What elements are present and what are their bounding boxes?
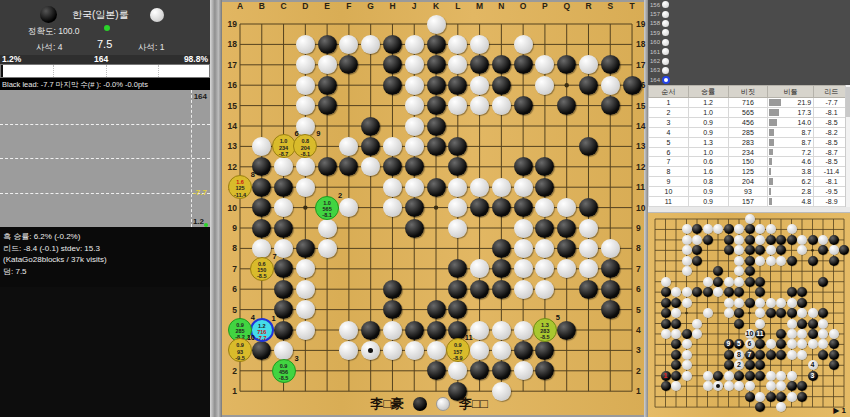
stone-E15[interactable]: [318, 96, 337, 115]
rules-label: 한국(일본)룰: [72, 8, 129, 22]
stone-L11[interactable]: [448, 178, 467, 197]
stone-D18[interactable]: [296, 35, 315, 54]
mini-stone-L4: [755, 371, 765, 381]
stone-N3[interactable]: [492, 341, 511, 360]
move-list-item-162[interactable]: 162: [648, 56, 850, 65]
stone-K5[interactable]: [427, 300, 446, 319]
mini-stone-K6: 7: [745, 350, 755, 360]
move-list-item-160[interactable]: 160: [648, 38, 850, 47]
lead-status-line: Black lead: -7.7 마지막 수(# ): -0.0% -0.0pt…: [0, 78, 210, 90]
mini-stone-M16: [766, 245, 776, 255]
col-label: A: [235, 1, 245, 11]
mini-stone-E15: [692, 256, 702, 266]
info-engine: (KataGo28blocks / 37k visits): [3, 254, 207, 266]
mini-stone-P10: [797, 308, 807, 318]
table-row[interactable]: 90.8204 6.2 -8.1: [649, 177, 850, 187]
stone-H16[interactable]: [383, 76, 402, 95]
mini-stone-Q8: [808, 329, 818, 339]
col-label: R: [583, 1, 593, 11]
stone-O10[interactable]: [514, 198, 533, 217]
mini-stone-O15: [787, 256, 797, 266]
mini-stone-K16: [745, 245, 755, 255]
stone-M16[interactable]: [470, 76, 489, 95]
black-winrate-sliver: [1, 65, 3, 77]
col-label: S: [605, 1, 615, 11]
mini-stone-H3: [724, 381, 734, 391]
stone-C4[interactable]: [274, 321, 293, 340]
table-header[interactable]: 순서: [649, 86, 689, 98]
table-header[interactable]: 비율: [768, 86, 814, 98]
mini-stone-L6: [755, 350, 765, 360]
table-row[interactable]: 110.9157 4.8 -8.9: [649, 196, 850, 206]
table-row[interactable]: 61.0234 7.2 -8.7: [649, 147, 850, 157]
stone-K15[interactable]: [427, 96, 446, 115]
stone-O2[interactable]: [514, 361, 533, 380]
mini-stone-P11: [797, 298, 807, 308]
move-stone-icon: [662, 67, 669, 74]
stone-P11[interactable]: [535, 178, 554, 197]
mini-stone-S7: [829, 339, 839, 349]
mini-stone-L10: [755, 308, 765, 318]
row-label: 17: [223, 60, 237, 70]
stone-K2[interactable]: [427, 361, 446, 380]
mini-stone-O18: [787, 224, 797, 234]
table-row[interactable]: 81.6125 3.8 -11.4: [649, 167, 850, 177]
mini-stone-J13: [734, 277, 744, 287]
row-label: 12: [223, 162, 237, 172]
stone-R16[interactable]: [579, 76, 598, 95]
stone-D17[interactable]: [296, 55, 315, 74]
mini-stone-P9: [797, 319, 807, 329]
mini-stone-H5: [724, 360, 734, 370]
stone-R8[interactable]: [579, 239, 598, 258]
stone-S17[interactable]: [601, 55, 620, 74]
mini-stone-M7: [766, 339, 776, 349]
row-label: 15: [223, 101, 237, 111]
mini-stone-L15: [755, 256, 765, 266]
black-player-name: 李□豪: [370, 395, 404, 413]
mini-stone-D11: [682, 298, 692, 308]
stone-J15[interactable]: [405, 96, 424, 115]
mini-stone-S8: [829, 329, 839, 339]
stone-O12[interactable]: [514, 157, 533, 176]
mini-stone-J15: [734, 256, 744, 266]
stone-N16[interactable]: [492, 76, 511, 95]
stone-M11[interactable]: [470, 178, 489, 197]
table-row[interactable]: 51.3283 8.7 -8.5: [649, 137, 850, 147]
mini-stone-M17: [766, 235, 776, 245]
stone-M4[interactable]: [470, 321, 489, 340]
mini-stone-B8: [661, 329, 671, 339]
stone-H18[interactable]: [383, 35, 402, 54]
mini-stone-E9: [692, 319, 702, 329]
candidate-move-D13[interactable]: 9 0.8 204 -8.1: [293, 134, 317, 158]
col-label: G: [366, 1, 376, 11]
mini-stone-G4: [713, 371, 723, 381]
stone-P16[interactable]: [535, 76, 554, 95]
stone-Q9[interactable]: [557, 219, 576, 238]
winrate-strip: 1.2% 164 98.8%: [0, 55, 210, 64]
stone-C5[interactable]: [274, 300, 293, 319]
mini-stone-H18: [724, 224, 734, 234]
stone-N6[interactable]: [492, 280, 511, 299]
stone-K14[interactable]: [427, 117, 446, 136]
mini-stone-N2: [776, 392, 786, 402]
mini-stone-O6: [787, 350, 797, 360]
left-panel: 한국(일본)룰 정확도: 100.0 사석: 4 7.5 사석: 1 1.2% …: [0, 0, 210, 417]
stone-J3[interactable]: [405, 341, 424, 360]
stone-O15[interactable]: [514, 96, 533, 115]
mini-stone-J9: [734, 319, 744, 329]
stone-K11[interactable]: [427, 178, 446, 197]
table-header[interactable]: 승률: [688, 86, 728, 98]
graph-lead-label: -7.7: [193, 188, 207, 197]
stone-L16[interactable]: [448, 76, 467, 95]
mini-stone-K4: [745, 371, 755, 381]
mini-stone-N10: [776, 308, 786, 318]
mini-stone-N8: [776, 329, 786, 339]
stone-O6[interactable]: [514, 280, 533, 299]
stone-G14[interactable]: [361, 117, 380, 136]
stone-S16[interactable]: [601, 76, 620, 95]
stone-K19[interactable]: [427, 15, 446, 34]
col-label: H: [387, 1, 397, 11]
info-winrate: 흑 승률: 6.2% (-0.2%): [3, 231, 207, 243]
stone-O9[interactable]: [514, 219, 533, 238]
stone-F4[interactable]: [339, 321, 358, 340]
mini-stone-P17: [797, 235, 807, 245]
row-label: 2: [223, 366, 237, 376]
mini-stone-K3: [745, 381, 755, 391]
mini-stone-K14: [745, 266, 755, 276]
mini-stone-M3: [766, 381, 776, 391]
stone-K17[interactable]: [427, 55, 446, 74]
mini-stone-L11: [755, 298, 765, 308]
mini-stone-J4: [734, 371, 744, 381]
candidate-move-L3[interactable]: 11 0.9 157 -8.9: [446, 338, 470, 362]
stone-M6[interactable]: [470, 280, 489, 299]
stone-S8[interactable]: [601, 239, 620, 258]
stone-H11[interactable]: [383, 178, 402, 197]
mini-stone-C10: [671, 308, 681, 318]
stone-D16[interactable]: [296, 76, 315, 95]
move-list[interactable]: 156 157 158 159 160 161 162 163 164: [648, 0, 850, 85]
row-label: 14: [223, 121, 237, 131]
col-label: Q: [562, 1, 572, 11]
stone-B11[interactable]: [252, 178, 271, 197]
move-stone-icon: [662, 29, 669, 36]
mini-stone-O4: [787, 371, 797, 381]
mini-stone-D12: [682, 287, 692, 297]
mini-stone-M10: [766, 308, 776, 318]
stone-J4[interactable]: [405, 321, 424, 340]
col-label: C: [279, 1, 289, 11]
stone-S7[interactable]: [601, 259, 620, 278]
mini-stone-G13: [713, 277, 723, 287]
stone-O17[interactable]: [514, 55, 533, 74]
stone-J9[interactable]: [405, 219, 424, 238]
stone-D6[interactable]: [296, 280, 315, 299]
mini-stone-K5: [745, 360, 755, 370]
mini-stone-D18: [682, 224, 692, 234]
table-row[interactable]: 70.6150 4.6 -8.5: [649, 157, 850, 167]
move-stone-icon: [662, 11, 669, 18]
main-board[interactable]: ABCDEFGHJKLMNOPQRST112233445566778899101…: [210, 0, 648, 417]
stone-K13[interactable]: [427, 137, 446, 156]
stone-D12[interactable]: [296, 157, 315, 176]
table-row[interactable]: 11.2716 21.9 -7.7: [649, 98, 850, 108]
col-label: E: [322, 1, 332, 11]
graph-cursor-line: [191, 90, 192, 227]
stone-N8[interactable]: [492, 239, 511, 258]
move-list-item-159[interactable]: 159: [648, 28, 850, 37]
mini-stone-J17: [734, 235, 744, 245]
stone-B9[interactable]: [252, 219, 271, 238]
mini-stone-H17: [724, 235, 734, 245]
stone-G13[interactable]: [361, 137, 380, 156]
mini-stone-R17: [818, 235, 828, 245]
accuracy-label: 정확도: 100.0: [28, 26, 80, 38]
stone-C10[interactable]: [274, 198, 293, 217]
stone-L9[interactable]: [448, 219, 467, 238]
move-list-item-156[interactable]: 156: [648, 0, 850, 9]
table-row[interactable]: 40.9285 8.7 -8.2: [649, 127, 850, 137]
mini-stone-D15: [682, 256, 692, 266]
mini-stone-M11: [766, 298, 776, 308]
move-list-item-158[interactable]: 158: [648, 19, 850, 28]
table-row[interactable]: 100.993 2.8 -9.5: [649, 187, 850, 197]
stone-J10[interactable]: [405, 198, 424, 217]
stone-D15[interactable]: [296, 96, 315, 115]
mini-stone-D16: [682, 245, 692, 255]
white-winrate: 98.8%: [184, 54, 208, 64]
stone-D11[interactable]: [296, 178, 315, 197]
mini-stone-F12: [703, 287, 713, 297]
candidate-moves-table[interactable]: 순서승률비짓비율리드 11.2716 21.9 -7.7 21.0565 17.…: [648, 85, 850, 207]
stone-E18[interactable]: [318, 35, 337, 54]
mini-stone-L17: [755, 235, 765, 245]
mini-stone-M4: [766, 371, 776, 381]
mini-stone-M2: [766, 392, 776, 402]
player-info-header: 한국(일본)룰 정확도: 100.0 사석: 4 7.5 사석: 1: [0, 0, 210, 55]
stone-Q8[interactable]: [557, 239, 576, 258]
stone-C8[interactable]: [274, 239, 293, 258]
stone-O3[interactable]: [514, 341, 533, 360]
candidate-move-C13[interactable]: 6 1.0 234 -8.7: [272, 134, 296, 158]
move-list-item-163[interactable]: 163: [648, 66, 850, 75]
candidate-move-B7[interactable]: 7 0.6 150 -8.5: [250, 257, 274, 281]
mini-stone-S16: [829, 245, 839, 255]
stone-Q4[interactable]: [557, 321, 576, 340]
stone-S5[interactable]: [601, 300, 620, 319]
stone-H13[interactable]: [383, 137, 402, 156]
mini-stone-D17: [682, 235, 692, 245]
mini-stone-H4: [724, 371, 734, 381]
stone-D7[interactable]: [296, 259, 315, 278]
stone-R13[interactable]: [579, 137, 598, 156]
stone-J17[interactable]: [405, 55, 424, 74]
winrate-graph[interactable]: 164 -7.7 1.2: [0, 90, 210, 227]
stone-G4[interactable]: [361, 321, 380, 340]
stone-E9[interactable]: [318, 219, 337, 238]
stone-N10[interactable]: [492, 198, 511, 217]
stone-H4[interactable]: [383, 321, 402, 340]
mini-stone-F18: [703, 224, 713, 234]
mini-stone-B13: [661, 277, 671, 287]
row-label: 8: [223, 243, 237, 253]
mini-stone-S17: [829, 235, 839, 245]
col-label: L: [453, 1, 463, 11]
stone-J14[interactable]: [405, 117, 424, 136]
col-label: O: [518, 1, 528, 11]
white-captures-label: 사석: 1: [138, 42, 164, 54]
stone-O7[interactable]: [514, 259, 533, 278]
stone-K18[interactable]: [427, 35, 446, 54]
candidate-move-C2[interactable]: 3 0.9 456 -8.5: [272, 359, 296, 383]
mini-stone-K15: [745, 256, 755, 266]
stone-K4[interactable]: [427, 321, 446, 340]
stone-L6[interactable]: [448, 280, 467, 299]
col-label: D: [300, 1, 310, 11]
stone-D4[interactable]: [296, 321, 315, 340]
stone-D14[interactable]: [296, 117, 315, 136]
move-list-item-164[interactable]: 164: [648, 75, 850, 84]
mini-stone-K8: 10: [745, 329, 755, 339]
mini-stone-K7: 6: [745, 339, 755, 349]
table-header[interactable]: 비짓: [728, 86, 768, 98]
stone-O8[interactable]: [514, 239, 533, 258]
candidate-move-P4[interactable]: 5 1.3 283 -8.5: [533, 318, 557, 342]
stone-N4[interactable]: [492, 321, 511, 340]
stone-H3[interactable]: [383, 341, 402, 360]
move-stone-icon: [662, 20, 669, 27]
mini-stone-P8: [797, 329, 807, 339]
mini-stone-H11: [724, 298, 734, 308]
mini-stone-B11: [661, 298, 671, 308]
stone-M3[interactable]: [470, 341, 489, 360]
mini-stone-E8: [692, 329, 702, 339]
stone-E16[interactable]: [318, 76, 337, 95]
winrate-bar[interactable]: [0, 64, 210, 78]
mini-stone-M18: [766, 224, 776, 234]
stone-H5[interactable]: [383, 300, 402, 319]
stone-S6[interactable]: [601, 280, 620, 299]
move-list-item-157[interactable]: 157: [648, 9, 850, 18]
stone-M18[interactable]: [470, 35, 489, 54]
black-player-stone-icon: [413, 397, 427, 411]
info-komi: 덤: 7.5: [3, 266, 207, 278]
stone-E12[interactable]: [318, 157, 337, 176]
mini-stone-F4: [703, 371, 713, 381]
mini-stone-B12: [661, 287, 671, 297]
candidate-move-A11[interactable]: 8 1.6 125 -11.4: [228, 175, 252, 199]
candidate-move-A3[interactable]: 10 0.9 93 -9.5: [228, 338, 252, 362]
table-scrollbar[interactable]: [845, 85, 850, 207]
variation-board[interactable]: 1011956872413 ▶ 1: [648, 213, 850, 417]
mini-stone-C6: [671, 350, 681, 360]
stone-D5[interactable]: [296, 300, 315, 319]
stone-O11[interactable]: [514, 178, 533, 197]
stone-H6[interactable]: [383, 280, 402, 299]
mini-stone-K2: [745, 392, 755, 402]
table-row[interactable]: 30.9456 14.0 -8.5: [649, 117, 850, 127]
stone-E8[interactable]: [318, 239, 337, 258]
row-label: 7: [223, 264, 237, 274]
mini-stone-F10: [703, 308, 713, 318]
stone-C11[interactable]: [274, 178, 293, 197]
mini-stone-R8: [818, 329, 828, 339]
mini-stone-J11: [734, 298, 744, 308]
mini-stone-C4: [671, 371, 681, 381]
col-label: N: [496, 1, 506, 11]
stone-K16[interactable]: [427, 76, 446, 95]
mini-stone-Q15: [808, 256, 818, 266]
col-label: K: [431, 1, 441, 11]
mini-stone-D6: [682, 350, 692, 360]
row-label: 19: [223, 19, 237, 29]
stone-S15[interactable]: [601, 96, 620, 115]
stone-J13[interactable]: [405, 137, 424, 156]
stone-R9[interactable]: [579, 219, 598, 238]
col-label: T: [627, 1, 637, 11]
mini-stone-N11: [776, 298, 786, 308]
move-list-item-161[interactable]: 161: [648, 47, 850, 56]
mini-stone-N4: [776, 371, 786, 381]
turn-indicator-dot: [104, 25, 110, 31]
stone-J12[interactable]: [405, 157, 424, 176]
stone-N11[interactable]: [492, 178, 511, 197]
stone-R10[interactable]: [579, 198, 598, 217]
mini-stone-O10: [787, 308, 797, 318]
stone-P9[interactable]: [535, 219, 554, 238]
stone-J11[interactable]: [405, 178, 424, 197]
mini-stone-H7: 9: [724, 339, 734, 349]
stone-D8[interactable]: [296, 239, 315, 258]
col-label: J: [409, 1, 419, 11]
stone-G18[interactable]: [361, 35, 380, 54]
stone-O4[interactable]: [514, 321, 533, 340]
mini-stone-J7: 5: [734, 339, 744, 349]
stone-H10[interactable]: [383, 198, 402, 217]
stone-C6[interactable]: [274, 280, 293, 299]
stone-C9[interactable]: [274, 219, 293, 238]
stone-T16[interactable]: [623, 76, 642, 95]
stone-J16[interactable]: [405, 76, 424, 95]
stone-E17[interactable]: [318, 55, 337, 74]
stone-P6[interactable]: [535, 280, 554, 299]
stone-N15[interactable]: [492, 96, 511, 115]
mini-stone-O2: [787, 392, 797, 402]
mini-stone-C8: [671, 329, 681, 339]
mini-stone-D5: [682, 360, 692, 370]
mini-stone-J10: [734, 308, 744, 318]
stone-O18[interactable]: [514, 35, 533, 54]
mini-stone-H10: [724, 308, 734, 318]
mini-stone-O8: [787, 329, 797, 339]
table-row[interactable]: 21.0565 17.3 -8.1: [649, 108, 850, 118]
candidate-move-E10[interactable]: 2 1.0 565 -8.1: [315, 196, 339, 220]
stone-K3[interactable]: [427, 341, 446, 360]
stone-J18[interactable]: [405, 35, 424, 54]
variation-page-label: ▶ 1: [833, 406, 846, 415]
mini-stone-Q4: 3: [808, 371, 818, 381]
stone-R6[interactable]: [579, 280, 598, 299]
mini-stone-L13: [755, 277, 765, 287]
row-label: 10: [223, 203, 237, 213]
mini-stone-F17: [703, 235, 713, 245]
mini-stone-Q10: [808, 308, 818, 318]
stone-C3[interactable]: [274, 341, 293, 360]
